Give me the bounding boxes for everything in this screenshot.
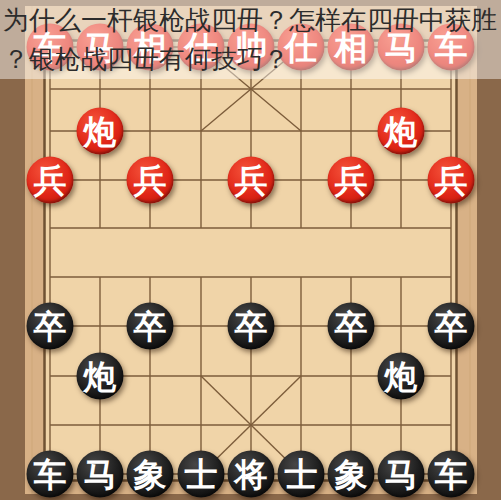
piece-glyph: 马 xyxy=(84,451,117,498)
title-overlay: 为什么一杆银枪战四毌？怎样在四毌中获胜 ？银枪战四毌有何技巧？ xyxy=(0,0,501,79)
piece-black-chariot[interactable]: 车 xyxy=(428,451,475,498)
piece-black-cannon[interactable]: 炮 xyxy=(378,353,425,400)
piece-black-elephant[interactable]: 象 xyxy=(328,451,375,498)
piece-glyph: 将 xyxy=(235,451,268,498)
piece-glyph: 马 xyxy=(385,451,418,498)
piece-glyph: 卒 xyxy=(34,303,67,350)
piece-black-soldier[interactable]: 卒 xyxy=(27,303,74,350)
page-title-line1: 为什么一杆银枪战四毌？怎样在四毌中获胜 xyxy=(3,1,499,40)
piece-red-soldier[interactable]: 兵 xyxy=(328,157,375,204)
piece-black-soldier[interactable]: 卒 xyxy=(328,303,375,350)
piece-red-soldier[interactable]: 兵 xyxy=(27,157,74,204)
piece-black-advisor[interactable]: 士 xyxy=(178,451,225,498)
page-title-line2: ？银枪战四毌有何技巧？ xyxy=(3,40,499,79)
piece-black-cannon[interactable]: 炮 xyxy=(77,353,124,400)
piece-glyph: 炮 xyxy=(84,108,117,155)
piece-glyph: 卒 xyxy=(335,303,368,350)
piece-red-cannon[interactable]: 炮 xyxy=(378,108,425,155)
piece-glyph: 炮 xyxy=(385,353,418,400)
piece-black-soldier[interactable]: 卒 xyxy=(127,303,174,350)
piece-glyph: 士 xyxy=(185,451,218,498)
piece-glyph: 兵 xyxy=(34,157,67,204)
piece-red-cannon[interactable]: 炮 xyxy=(77,108,124,155)
piece-glyph: 车 xyxy=(435,451,468,498)
piece-glyph: 卒 xyxy=(235,303,268,350)
piece-glyph: 炮 xyxy=(84,353,117,400)
piece-black-soldier[interactable]: 卒 xyxy=(428,303,475,350)
piece-black-soldier[interactable]: 卒 xyxy=(228,303,275,350)
piece-glyph: 车 xyxy=(34,451,67,498)
piece-glyph: 士 xyxy=(285,451,318,498)
piece-black-general[interactable]: 将 xyxy=(228,451,275,498)
piece-red-soldier[interactable]: 兵 xyxy=(228,157,275,204)
piece-glyph: 兵 xyxy=(134,157,167,204)
piece-glyph: 卒 xyxy=(134,303,167,350)
xiangqi-app-screen: 车马相仕帅仕相马车炮炮兵兵兵兵兵卒卒卒卒卒炮炮车马象士将士象马车 为什么一杆银枪… xyxy=(0,0,501,500)
piece-glyph: 炮 xyxy=(385,108,418,155)
piece-glyph: 象 xyxy=(134,451,167,498)
piece-black-horse[interactable]: 马 xyxy=(378,451,425,498)
piece-red-soldier[interactable]: 兵 xyxy=(428,157,475,204)
piece-glyph: 象 xyxy=(335,451,368,498)
piece-glyph: 兵 xyxy=(235,157,268,204)
piece-glyph: 兵 xyxy=(335,157,368,204)
piece-black-advisor[interactable]: 士 xyxy=(278,451,325,498)
piece-black-horse[interactable]: 马 xyxy=(77,451,124,498)
piece-black-chariot[interactable]: 车 xyxy=(27,451,74,498)
piece-black-elephant[interactable]: 象 xyxy=(127,451,174,498)
piece-glyph: 兵 xyxy=(435,157,468,204)
piece-red-soldier[interactable]: 兵 xyxy=(127,157,174,204)
piece-glyph: 卒 xyxy=(435,303,468,350)
